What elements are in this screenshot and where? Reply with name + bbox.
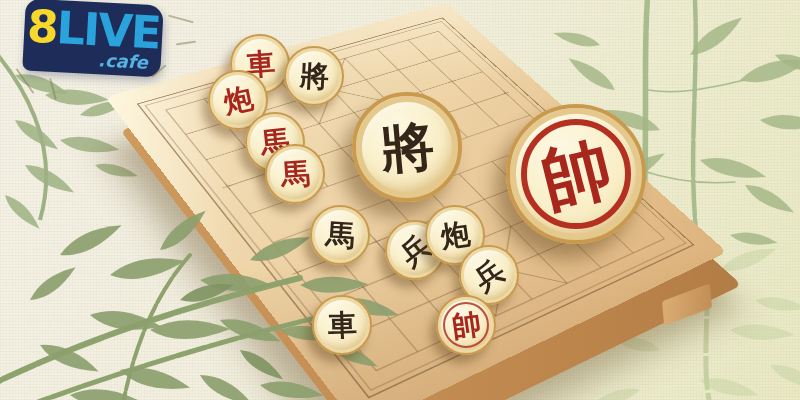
piece-glyph: 帥 bbox=[534, 132, 618, 216]
piece-red-general-big[interactable]: 帥 bbox=[506, 104, 646, 244]
brand-suffix: .cafe bbox=[98, 49, 149, 73]
banner-stage: 車將炮馬馬將帥馬兵炮兵車帥 8 LIVE .cafe bbox=[0, 0, 800, 400]
piece-glyph: 車 bbox=[327, 310, 357, 340]
brand-eight: 8 bbox=[26, 0, 58, 54]
piece-black-general-small[interactable]: 將 bbox=[284, 46, 344, 106]
piece-glyph: 炮 bbox=[221, 83, 255, 117]
piece-glyph: 馬 bbox=[280, 159, 311, 190]
piece-glyph: 將 bbox=[299, 61, 329, 91]
piece-glyph: 將 bbox=[378, 118, 435, 175]
brand-logo[interactable]: 8 LIVE .cafe bbox=[22, 0, 164, 78]
piece-red-horse-2[interactable]: 馬 bbox=[265, 144, 325, 204]
piece-black-general-big[interactable]: 將 bbox=[352, 92, 462, 202]
piece-black-horse[interactable]: 馬 bbox=[310, 205, 370, 265]
piece-glyph: 炮 bbox=[439, 219, 472, 252]
piece-black-chariot[interactable]: 車 bbox=[312, 295, 372, 355]
piece-glyph: 帥 bbox=[450, 309, 483, 342]
piece-glyph: 馬 bbox=[325, 220, 356, 251]
piece-red-general-small[interactable]: 帥 bbox=[436, 295, 496, 355]
piece-glyph: 兵 bbox=[469, 255, 509, 295]
